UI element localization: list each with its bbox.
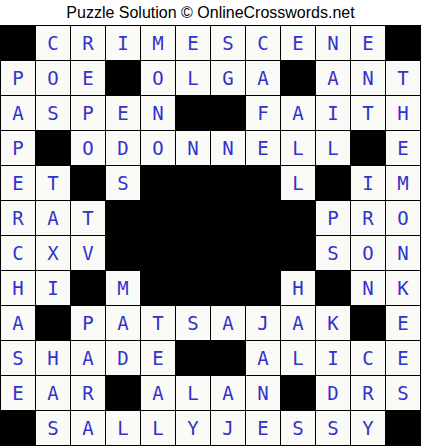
letter-cell-r5c4: S [106,166,140,200]
letter-cell-r1c9: E [281,26,315,60]
black-cell-r2c9 [281,61,315,95]
letter-cell-r8c2: I [36,271,70,305]
letter-cell-r2c6: L [176,61,210,95]
letter-cell-r1c8: C [246,26,280,60]
black-cell-r1c12 [386,26,420,60]
black-cell-r6c9 [281,201,315,235]
letter-cell-r1c5: M [141,26,175,60]
black-cell-r6c8 [246,201,280,235]
black-cell-r10c7 [211,341,245,375]
letter-cell-r3c1: A [1,96,35,130]
letter-cell-r10c10: I [316,341,350,375]
black-cell-r6c5 [141,201,175,235]
letter-cell-r12c3: A [71,411,105,445]
letter-cell-r11c1: E [1,376,35,410]
letter-cell-r12c9: S [281,411,315,445]
letter-cell-r7c12: N [386,236,420,270]
letter-cell-r6c10: P [316,201,350,235]
letter-cell-r2c8: A [246,61,280,95]
letter-cell-r9c5: T [141,306,175,340]
letter-cell-r5c1: E [1,166,35,200]
black-cell-r12c1 [1,411,35,445]
black-cell-r8c6 [176,271,210,305]
letter-cell-r4c6: N [176,131,210,165]
letter-cell-r11c11: R [351,376,385,410]
letter-cell-r9c4: A [106,306,140,340]
black-cell-r8c10 [316,271,350,305]
letter-cell-r9c9: A [281,306,315,340]
letter-cell-r3c3: P [71,96,105,130]
black-cell-r1c1 [1,26,35,60]
letter-cell-r4c5: O [141,131,175,165]
letter-cell-r11c7: A [211,376,245,410]
letter-cell-r3c11: T [351,96,385,130]
black-cell-r6c6 [176,201,210,235]
letter-cell-r2c1: P [1,61,35,95]
letter-cell-r2c5: O [141,61,175,95]
letter-cell-r7c3: V [71,236,105,270]
black-cell-r4c11 [351,131,385,165]
black-cell-r7c8 [246,236,280,270]
letter-cell-r8c1: H [1,271,35,305]
letter-cell-r2c12: T [386,61,420,95]
black-cell-r5c6 [176,166,210,200]
letter-cell-r3c2: S [36,96,70,130]
crossword-grid: CRIMESCENEPOEOLGAANTASPENFAITHPODONNELLE… [0,25,421,446]
letter-cell-r8c4: M [106,271,140,305]
letter-cell-r1c2: C [36,26,70,60]
letter-cell-r10c4: D [106,341,140,375]
letter-cell-r5c12: M [386,166,420,200]
letter-cell-r6c12: O [386,201,420,235]
letter-cell-r4c7: N [211,131,245,165]
puzzle-solution-page: Puzzle Solution © OnlineCrosswords.net C… [0,0,421,446]
letter-cell-r6c1: R [1,201,35,235]
letter-cell-r5c9: L [281,166,315,200]
letter-cell-r12c10: S [316,411,350,445]
letter-cell-r11c10: D [316,376,350,410]
black-cell-r7c5 [141,236,175,270]
letter-cell-r11c3: R [71,376,105,410]
letter-cell-r4c4: D [106,131,140,165]
letter-cell-r10c9: L [281,341,315,375]
black-cell-r7c7 [211,236,245,270]
letter-cell-r3c12: H [386,96,420,130]
letter-cell-r8c12: K [386,271,420,305]
letter-cell-r1c6: E [176,26,210,60]
letter-cell-r10c2: H [36,341,70,375]
black-cell-r2c4 [106,61,140,95]
black-cell-r8c3 [71,271,105,305]
black-cell-r5c10 [316,166,350,200]
letter-cell-r9c7: A [211,306,245,340]
black-cell-r8c8 [246,271,280,305]
black-cell-r7c4 [106,236,140,270]
black-cell-r11c9 [281,376,315,410]
letter-cell-r5c2: T [36,166,70,200]
letter-cell-r4c10: L [316,131,350,165]
black-cell-r8c5 [141,271,175,305]
black-cell-r12c12 [386,411,420,445]
letter-cell-r9c6: S [176,306,210,340]
black-cell-r10c6 [176,341,210,375]
letter-cell-r12c2: S [36,411,70,445]
black-cell-r5c8 [246,166,280,200]
black-cell-r4c2 [36,131,70,165]
letter-cell-r12c6: Y [176,411,210,445]
letter-cell-r4c12: E [386,131,420,165]
letter-cell-r10c3: A [71,341,105,375]
letter-cell-r4c9: L [281,131,315,165]
letter-cell-r1c10: N [316,26,350,60]
letter-cell-r7c11: O [351,236,385,270]
letter-cell-r12c7: J [211,411,245,445]
letter-cell-r1c4: I [106,26,140,60]
black-cell-r3c6 [176,96,210,130]
black-cell-r9c2 [36,306,70,340]
letter-cell-r11c8: N [246,376,280,410]
letter-cell-r6c3: T [71,201,105,235]
letter-cell-r4c8: E [246,131,280,165]
letter-cell-r9c12: E [386,306,420,340]
letter-cell-r11c5: A [141,376,175,410]
black-cell-r6c7 [211,201,245,235]
letter-cell-r3c5: N [141,96,175,130]
letter-cell-r5c11: I [351,166,385,200]
letter-cell-r11c6: L [176,376,210,410]
letter-cell-r9c8: J [246,306,280,340]
black-cell-r6c4 [106,201,140,235]
letter-cell-r1c11: E [351,26,385,60]
black-cell-r9c11 [351,306,385,340]
letter-cell-r2c7: G [211,61,245,95]
black-cell-r11c4 [106,376,140,410]
letter-cell-r11c12: S [386,376,420,410]
letter-cell-r11c2: A [36,376,70,410]
letter-cell-r12c5: L [141,411,175,445]
letter-cell-r2c10: A [316,61,350,95]
letter-cell-r7c10: S [316,236,350,270]
letter-cell-r3c9: A [281,96,315,130]
black-cell-r3c7 [211,96,245,130]
black-cell-r5c7 [211,166,245,200]
letter-cell-r1c3: R [71,26,105,60]
page-title: Puzzle Solution © OnlineCrosswords.net [0,0,421,25]
letter-cell-r2c3: E [71,61,105,95]
letter-cell-r4c3: O [71,131,105,165]
black-cell-r5c3 [71,166,105,200]
letter-cell-r10c5: E [141,341,175,375]
letter-cell-r10c1: S [1,341,35,375]
letter-cell-r2c2: O [36,61,70,95]
letter-cell-r8c11: N [351,271,385,305]
letter-cell-r10c12: E [386,341,420,375]
letter-cell-r12c4: L [106,411,140,445]
letter-cell-r4c1: P [1,131,35,165]
letter-cell-r12c8: E [246,411,280,445]
letter-cell-r8c9: H [281,271,315,305]
letter-cell-r10c8: A [246,341,280,375]
letter-cell-r3c8: F [246,96,280,130]
black-cell-r7c9 [281,236,315,270]
letter-cell-r7c2: X [36,236,70,270]
letter-cell-r1c7: S [211,26,245,60]
letter-cell-r9c1: A [1,306,35,340]
letter-cell-r9c3: P [71,306,105,340]
letter-cell-r3c10: I [316,96,350,130]
letter-cell-r12c11: Y [351,411,385,445]
black-cell-r8c7 [211,271,245,305]
letter-cell-r2c11: N [351,61,385,95]
letter-cell-r10c11: C [351,341,385,375]
letter-cell-r6c2: A [36,201,70,235]
letter-cell-r3c4: E [106,96,140,130]
letter-cell-r9c10: K [316,306,350,340]
black-cell-r5c5 [141,166,175,200]
letter-cell-r7c1: C [1,236,35,270]
black-cell-r7c6 [176,236,210,270]
letter-cell-r6c11: R [351,201,385,235]
